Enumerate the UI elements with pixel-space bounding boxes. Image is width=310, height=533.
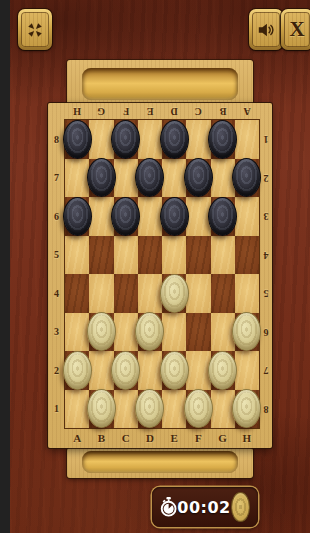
file-label-top-c: C (186, 105, 210, 119)
speaker-icon (257, 21, 275, 39)
turn-indicator-light-piece (231, 492, 250, 522)
close-icon: X (289, 19, 304, 40)
rank-label-left-4: 4 (49, 274, 64, 313)
file-label-top-a: A (235, 105, 259, 119)
rank-label-left-2: 2 (49, 351, 64, 390)
rank-label-right-6: 6 (260, 313, 272, 352)
checkers-board: HGFEDCBAABCDEFGH8765432112345678 (48, 103, 272, 448)
rank-label-right-2: 2 (260, 159, 272, 198)
square-h4[interactable] (235, 274, 259, 313)
piece-light-b3[interactable] (87, 312, 116, 351)
rank-label-left-5: 5 (49, 236, 64, 275)
piece-dark-c6[interactable] (111, 197, 140, 236)
square-e5[interactable] (162, 236, 186, 275)
sound-button-face (252, 12, 280, 47)
square-g5[interactable] (211, 236, 235, 275)
top-capture-trough (82, 68, 238, 100)
piece-light-e2[interactable] (160, 351, 189, 390)
square-g7[interactable] (211, 159, 235, 198)
square-a5[interactable] (65, 236, 89, 275)
square-b4[interactable] (89, 274, 113, 313)
sound-button[interactable] (249, 9, 283, 50)
checkers-app: X HGFEDCBAABCDEFGH8765432112345678 00:02 (10, 0, 310, 533)
piece-dark-g8[interactable] (208, 120, 237, 159)
square-a1[interactable] (65, 390, 89, 429)
square-d6[interactable] (138, 197, 162, 236)
file-label-top-h: H (65, 105, 89, 119)
square-b8[interactable] (89, 120, 113, 159)
rank-label-right-4: 4 (260, 236, 272, 275)
square-d4[interactable] (138, 274, 162, 313)
file-label-bottom-g: G (211, 429, 235, 447)
square-c4[interactable] (114, 274, 138, 313)
square-b5[interactable] (89, 236, 113, 275)
top-capture-tray (67, 60, 253, 105)
file-label-top-e: E (138, 105, 162, 119)
square-f8[interactable] (186, 120, 210, 159)
piece-dark-a8[interactable] (63, 120, 92, 159)
piece-dark-c8[interactable] (111, 120, 140, 159)
resize-button[interactable] (18, 9, 52, 50)
file-label-bottom-c: C (114, 429, 138, 447)
file-label-top-d: D (162, 105, 186, 119)
piece-dark-b7[interactable] (87, 158, 116, 197)
square-a3[interactable] (65, 313, 89, 352)
rank-label-right-1: 1 (260, 120, 272, 159)
rank-label-right-7: 7 (260, 351, 272, 390)
rank-label-left-1: 1 (49, 390, 64, 429)
square-h8[interactable] (235, 120, 259, 159)
timer-text: 00:02 (177, 498, 230, 517)
rank-label-left-3: 3 (49, 313, 64, 352)
piece-light-f1[interactable] (184, 389, 213, 428)
piece-light-a2[interactable] (63, 351, 92, 390)
piece-light-c2[interactable] (111, 351, 140, 390)
close-button-face: X (284, 12, 310, 47)
square-g3[interactable] (211, 313, 235, 352)
square-h6[interactable] (235, 197, 259, 236)
square-a4[interactable] (65, 274, 89, 313)
square-c1[interactable] (114, 390, 138, 429)
file-label-bottom-a: A (65, 429, 89, 447)
square-a7[interactable] (65, 159, 89, 198)
square-c3[interactable] (114, 313, 138, 352)
rank-label-right-8: 8 (260, 390, 272, 429)
square-b6[interactable] (89, 197, 113, 236)
square-d8[interactable] (138, 120, 162, 159)
status-panel: 00:02 (152, 487, 258, 527)
close-button[interactable]: X (281, 9, 310, 50)
piece-light-e4[interactable] (160, 274, 189, 313)
rank-label-left-7: 7 (49, 159, 64, 198)
piece-light-b1[interactable] (87, 389, 116, 428)
stopwatch-icon (160, 495, 177, 519)
square-e1[interactable] (162, 390, 186, 429)
square-f4[interactable] (186, 274, 210, 313)
file-label-bottom-e: E (162, 429, 186, 447)
square-b2[interactable] (89, 351, 113, 390)
resize-button-face (21, 12, 49, 47)
square-e3[interactable] (162, 313, 186, 352)
file-label-bottom-f: F (186, 429, 210, 447)
square-f3[interactable] (186, 313, 210, 352)
square-c5[interactable] (114, 236, 138, 275)
square-f5[interactable] (186, 236, 210, 275)
square-h2[interactable] (235, 351, 259, 390)
file-label-top-f: F (114, 105, 138, 119)
bottom-capture-trough (82, 451, 238, 473)
square-h5[interactable] (235, 236, 259, 275)
piece-dark-a6[interactable] (63, 197, 92, 236)
file-label-top-g: G (89, 105, 113, 119)
piece-dark-e8[interactable] (160, 120, 189, 159)
square-d5[interactable] (138, 236, 162, 275)
square-f6[interactable] (186, 197, 210, 236)
square-e7[interactable] (162, 159, 186, 198)
piece-dark-f7[interactable] (184, 158, 213, 197)
file-label-bottom-h: H (235, 429, 259, 447)
square-c7[interactable] (114, 159, 138, 198)
file-label-bottom-b: B (89, 429, 113, 447)
four-arrows-inward-icon (26, 21, 44, 39)
rank-label-right-5: 5 (260, 274, 272, 313)
piece-light-g2[interactable] (208, 351, 237, 390)
piece-dark-g6[interactable] (208, 197, 237, 236)
square-g1[interactable] (211, 390, 235, 429)
file-label-top-b: B (211, 105, 235, 119)
rank-label-left-6: 6 (49, 197, 64, 236)
square-f2[interactable] (186, 351, 210, 390)
file-label-bottom-d: D (138, 429, 162, 447)
bottom-capture-tray (67, 448, 253, 478)
piece-dark-e6[interactable] (160, 197, 189, 236)
rank-label-left-8: 8 (49, 120, 64, 159)
square-d2[interactable] (138, 351, 162, 390)
rank-label-right-3: 3 (260, 197, 272, 236)
square-g4[interactable] (211, 274, 235, 313)
